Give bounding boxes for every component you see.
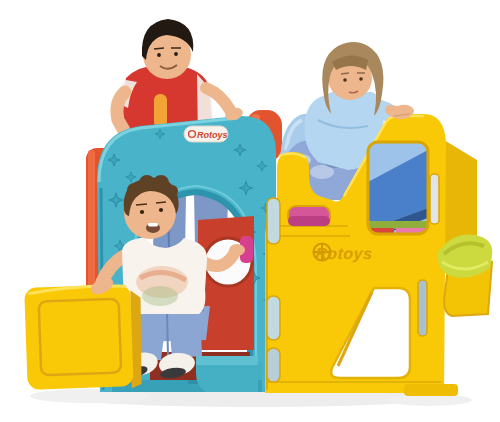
- product-photo: Rotoys: [0, 0, 500, 422]
- edge-slot-2: [418, 280, 427, 336]
- arch-sticker: Rotoys: [184, 126, 228, 142]
- grip-slot-3: [267, 348, 280, 382]
- grip-slot-2: [267, 296, 280, 340]
- wall-side-face: [444, 140, 477, 248]
- slide-exit: [438, 235, 493, 316]
- edge-slot-1: [430, 174, 439, 224]
- grip-slot-1: [267, 198, 280, 244]
- wall-logo: Rotoys: [314, 244, 374, 262]
- tower-window: [368, 142, 428, 240]
- wall-base-foot: [404, 384, 458, 396]
- play-gym-illustration: Rotoys: [0, 0, 500, 422]
- orange-handle: [154, 94, 167, 128]
- wall-logo-text: Rotoys: [315, 245, 373, 262]
- door-panel: [24, 284, 144, 392]
- arch-sticker-text: Rotoys: [197, 130, 228, 140]
